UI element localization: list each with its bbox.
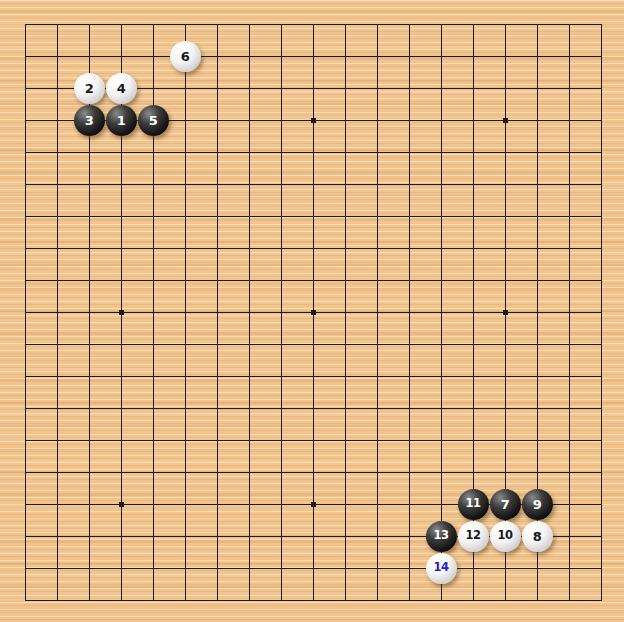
board-intersection[interactable] <box>329 168 361 200</box>
board-intersection[interactable] <box>521 136 553 168</box>
board-intersection[interactable] <box>201 488 233 520</box>
board-intersection[interactable] <box>233 296 265 328</box>
board-intersection[interactable] <box>521 168 553 200</box>
board-intersection[interactable] <box>9 40 41 72</box>
board-intersection[interactable] <box>41 360 73 392</box>
board-intersection[interactable] <box>425 200 457 232</box>
board-intersection[interactable] <box>297 200 329 232</box>
board-intersection[interactable] <box>553 488 585 520</box>
board-intersection[interactable] <box>9 456 41 488</box>
board-intersection[interactable] <box>585 200 617 232</box>
board-intersection[interactable] <box>489 232 521 264</box>
board-intersection[interactable] <box>553 392 585 424</box>
board-intersection[interactable] <box>265 552 297 584</box>
board-intersection[interactable] <box>169 296 201 328</box>
board-intersection[interactable] <box>233 328 265 360</box>
board-intersection[interactable] <box>329 264 361 296</box>
board-intersection[interactable] <box>265 40 297 72</box>
board-intersection[interactable] <box>553 232 585 264</box>
board-intersection[interactable] <box>233 104 265 136</box>
board-intersection[interactable] <box>297 456 329 488</box>
board-intersection[interactable] <box>73 8 105 40</box>
board-intersection[interactable] <box>137 360 169 392</box>
board-intersection[interactable] <box>329 456 361 488</box>
board-intersection[interactable] <box>233 488 265 520</box>
board-intersection[interactable] <box>585 360 617 392</box>
board-intersection[interactable] <box>105 296 137 328</box>
board-intersection[interactable] <box>425 40 457 72</box>
board-intersection[interactable] <box>137 264 169 296</box>
board-intersection[interactable] <box>361 584 393 616</box>
board-intersection[interactable] <box>201 296 233 328</box>
board-intersection[interactable] <box>297 392 329 424</box>
board-intersection[interactable]: 1 <box>105 104 137 136</box>
board-intersection[interactable] <box>361 456 393 488</box>
board-intersection[interactable] <box>265 264 297 296</box>
board-intersection[interactable] <box>73 328 105 360</box>
board-intersection[interactable] <box>9 168 41 200</box>
board-intersection[interactable] <box>265 136 297 168</box>
board-intersection[interactable] <box>457 328 489 360</box>
board-intersection[interactable] <box>585 232 617 264</box>
board-intersection[interactable] <box>393 488 425 520</box>
board-intersection[interactable] <box>105 328 137 360</box>
board-intersection[interactable] <box>297 296 329 328</box>
board-intersection[interactable] <box>233 520 265 552</box>
board-intersection[interactable] <box>137 488 169 520</box>
board-intersection[interactable] <box>297 40 329 72</box>
board-intersection[interactable] <box>105 424 137 456</box>
board-intersection[interactable]: 9 <box>521 488 553 520</box>
board-intersection[interactable] <box>105 360 137 392</box>
board-intersection[interactable] <box>457 72 489 104</box>
board-intersection[interactable] <box>105 200 137 232</box>
board-intersection[interactable] <box>585 8 617 40</box>
board-intersection[interactable] <box>201 168 233 200</box>
board-intersection[interactable] <box>425 392 457 424</box>
board-intersection[interactable] <box>169 392 201 424</box>
board-intersection[interactable] <box>297 8 329 40</box>
board-intersection[interactable] <box>265 488 297 520</box>
board-intersection[interactable] <box>41 520 73 552</box>
board-intersection[interactable] <box>297 328 329 360</box>
board-intersection[interactable] <box>361 8 393 40</box>
board-intersection[interactable] <box>457 264 489 296</box>
board-intersection[interactable] <box>201 200 233 232</box>
board-intersection[interactable] <box>329 136 361 168</box>
board-intersection[interactable] <box>41 552 73 584</box>
board-intersection[interactable] <box>329 360 361 392</box>
board-intersection[interactable] <box>233 456 265 488</box>
board-intersection[interactable] <box>137 456 169 488</box>
board-intersection[interactable] <box>361 200 393 232</box>
board-intersection[interactable] <box>265 584 297 616</box>
board-intersection[interactable] <box>9 200 41 232</box>
board-intersection[interactable] <box>425 456 457 488</box>
board-intersection[interactable] <box>169 8 201 40</box>
board-intersection[interactable] <box>41 104 73 136</box>
board-intersection[interactable] <box>489 200 521 232</box>
board-intersection[interactable] <box>265 328 297 360</box>
board-intersection[interactable] <box>41 488 73 520</box>
board-intersection[interactable] <box>137 584 169 616</box>
board-intersection[interactable] <box>553 584 585 616</box>
board-intersection[interactable] <box>457 40 489 72</box>
board-intersection[interactable] <box>73 456 105 488</box>
board-intersection[interactable] <box>265 72 297 104</box>
board-intersection[interactable] <box>457 232 489 264</box>
board-intersection[interactable] <box>329 552 361 584</box>
board-intersection[interactable] <box>489 552 521 584</box>
board-intersection[interactable] <box>585 136 617 168</box>
board-intersection[interactable] <box>553 8 585 40</box>
board-intersection[interactable] <box>233 424 265 456</box>
board-intersection[interactable] <box>233 552 265 584</box>
board-intersection[interactable] <box>585 264 617 296</box>
board-intersection[interactable] <box>201 424 233 456</box>
board-intersection[interactable] <box>105 392 137 424</box>
board-intersection[interactable] <box>9 360 41 392</box>
board-intersection[interactable] <box>361 136 393 168</box>
board-intersection[interactable] <box>425 8 457 40</box>
board-intersection[interactable] <box>105 264 137 296</box>
board-intersection[interactable] <box>137 424 169 456</box>
board-intersection[interactable] <box>169 200 201 232</box>
board-intersection[interactable] <box>521 360 553 392</box>
board-intersection[interactable] <box>297 104 329 136</box>
board-intersection[interactable] <box>585 424 617 456</box>
board-intersection[interactable]: 8 <box>521 520 553 552</box>
board-intersection[interactable] <box>425 136 457 168</box>
board-intersection[interactable] <box>105 456 137 488</box>
board-intersection[interactable]: 2 <box>73 72 105 104</box>
board-intersection[interactable] <box>425 424 457 456</box>
board-intersection[interactable] <box>9 488 41 520</box>
board-intersection[interactable] <box>361 424 393 456</box>
board-intersection[interactable] <box>73 552 105 584</box>
board-intersection[interactable] <box>457 136 489 168</box>
board-intersection[interactable] <box>169 584 201 616</box>
board-intersection[interactable] <box>393 456 425 488</box>
board-intersection[interactable] <box>553 168 585 200</box>
board-intersection[interactable] <box>265 168 297 200</box>
board-intersection[interactable] <box>361 520 393 552</box>
board-intersection[interactable] <box>489 40 521 72</box>
board-intersection[interactable]: 12 <box>457 520 489 552</box>
board-intersection[interactable] <box>553 136 585 168</box>
board-intersection[interactable] <box>169 488 201 520</box>
board-intersection[interactable] <box>553 72 585 104</box>
board-intersection[interactable] <box>201 8 233 40</box>
board-intersection[interactable] <box>41 328 73 360</box>
board-intersection[interactable] <box>169 360 201 392</box>
board-intersection[interactable] <box>489 168 521 200</box>
board-intersection[interactable] <box>425 168 457 200</box>
board-intersection[interactable] <box>233 584 265 616</box>
board-intersection[interactable] <box>361 360 393 392</box>
board-intersection[interactable] <box>553 296 585 328</box>
board-intersection[interactable] <box>553 456 585 488</box>
board-intersection[interactable] <box>137 40 169 72</box>
board-intersection[interactable] <box>73 360 105 392</box>
board-intersection[interactable] <box>585 552 617 584</box>
board-intersection[interactable] <box>41 168 73 200</box>
board-intersection[interactable] <box>457 200 489 232</box>
board-intersection[interactable] <box>9 72 41 104</box>
board-intersection[interactable] <box>521 8 553 40</box>
board-intersection[interactable]: 3 <box>73 104 105 136</box>
board-intersection[interactable] <box>393 360 425 392</box>
board-intersection[interactable] <box>585 392 617 424</box>
board-intersection[interactable] <box>297 232 329 264</box>
board-intersection[interactable] <box>361 232 393 264</box>
board-intersection[interactable] <box>553 328 585 360</box>
board-intersection[interactable] <box>73 40 105 72</box>
board-intersection[interactable]: 10 <box>489 520 521 552</box>
board-intersection[interactable] <box>233 40 265 72</box>
board-intersection[interactable] <box>169 552 201 584</box>
board-intersection[interactable] <box>233 136 265 168</box>
board-intersection[interactable] <box>73 392 105 424</box>
board-intersection[interactable] <box>297 168 329 200</box>
board-intersection[interactable] <box>553 40 585 72</box>
board-intersection[interactable] <box>265 392 297 424</box>
board-intersection[interactable] <box>9 104 41 136</box>
board-intersection[interactable] <box>9 392 41 424</box>
board-intersection[interactable] <box>105 488 137 520</box>
board-intersection[interactable] <box>9 136 41 168</box>
board-intersection[interactable] <box>393 264 425 296</box>
board-intersection[interactable] <box>73 200 105 232</box>
board-intersection[interactable] <box>585 168 617 200</box>
board-intersection[interactable] <box>9 264 41 296</box>
board-intersection[interactable] <box>457 168 489 200</box>
board-intersection[interactable] <box>169 168 201 200</box>
board-intersection[interactable] <box>73 264 105 296</box>
board-intersection[interactable] <box>265 424 297 456</box>
board-intersection[interactable] <box>201 328 233 360</box>
board-intersection[interactable] <box>297 360 329 392</box>
board-intersection[interactable] <box>73 584 105 616</box>
board-intersection[interactable]: 11 <box>457 488 489 520</box>
board-intersection[interactable] <box>393 552 425 584</box>
board-intersection[interactable] <box>41 264 73 296</box>
board-intersection[interactable] <box>9 8 41 40</box>
board-intersection[interactable] <box>521 264 553 296</box>
board-intersection[interactable] <box>489 424 521 456</box>
board-intersection[interactable] <box>361 168 393 200</box>
board-intersection[interactable] <box>585 456 617 488</box>
board-intersection[interactable] <box>297 584 329 616</box>
board-intersection[interactable] <box>361 40 393 72</box>
board-intersection[interactable] <box>297 552 329 584</box>
board-intersection[interactable] <box>457 296 489 328</box>
board-intersection[interactable] <box>201 136 233 168</box>
board-intersection[interactable] <box>329 520 361 552</box>
board-intersection[interactable] <box>393 584 425 616</box>
board-intersection[interactable] <box>169 136 201 168</box>
board-intersection[interactable] <box>169 264 201 296</box>
board-intersection[interactable] <box>137 520 169 552</box>
board-intersection[interactable] <box>137 392 169 424</box>
board-intersection[interactable] <box>9 296 41 328</box>
board-intersection[interactable] <box>169 72 201 104</box>
board-intersection[interactable] <box>329 40 361 72</box>
board-intersection[interactable] <box>233 8 265 40</box>
board-intersection[interactable] <box>521 392 553 424</box>
board-intersection[interactable] <box>361 552 393 584</box>
board-intersection[interactable] <box>329 488 361 520</box>
board-intersection[interactable] <box>41 136 73 168</box>
board-intersection[interactable] <box>489 360 521 392</box>
board-intersection[interactable] <box>41 232 73 264</box>
board-intersection[interactable] <box>297 264 329 296</box>
board-intersection[interactable] <box>393 104 425 136</box>
board-intersection[interactable] <box>457 456 489 488</box>
board-intersection[interactable] <box>553 424 585 456</box>
board-intersection[interactable] <box>137 8 169 40</box>
board-intersection[interactable]: 5 <box>137 104 169 136</box>
board-intersection[interactable] <box>393 8 425 40</box>
board-intersection[interactable] <box>489 104 521 136</box>
board-intersection[interactable] <box>521 328 553 360</box>
board-intersection[interactable] <box>169 328 201 360</box>
board-intersection[interactable] <box>201 360 233 392</box>
board-intersection[interactable] <box>425 296 457 328</box>
board-intersection[interactable] <box>521 584 553 616</box>
board-intersection[interactable] <box>457 104 489 136</box>
board-intersection[interactable] <box>361 296 393 328</box>
board-intersection[interactable] <box>41 456 73 488</box>
board-intersection[interactable] <box>297 72 329 104</box>
board-intersection[interactable] <box>521 424 553 456</box>
board-intersection[interactable] <box>105 520 137 552</box>
board-intersection[interactable] <box>201 584 233 616</box>
board-intersection[interactable] <box>521 296 553 328</box>
board-intersection[interactable] <box>9 328 41 360</box>
board-intersection[interactable] <box>297 520 329 552</box>
board-intersection[interactable] <box>73 168 105 200</box>
board-intersection[interactable] <box>329 584 361 616</box>
board-intersection[interactable] <box>489 328 521 360</box>
board-intersection[interactable] <box>393 200 425 232</box>
board-intersection[interactable] <box>585 520 617 552</box>
board-intersection[interactable] <box>329 200 361 232</box>
board-intersection[interactable] <box>393 40 425 72</box>
board-intersection[interactable]: 14 <box>425 552 457 584</box>
board-intersection[interactable] <box>585 488 617 520</box>
board-intersection[interactable] <box>393 136 425 168</box>
board-intersection[interactable] <box>393 296 425 328</box>
board-intersection[interactable] <box>41 392 73 424</box>
board-intersection[interactable] <box>169 424 201 456</box>
board-intersection[interactable] <box>521 456 553 488</box>
board-intersection[interactable] <box>41 584 73 616</box>
board-intersection[interactable] <box>393 520 425 552</box>
board-intersection[interactable] <box>201 392 233 424</box>
board-intersection[interactable] <box>329 424 361 456</box>
board-intersection[interactable] <box>105 584 137 616</box>
board-intersection[interactable] <box>201 72 233 104</box>
board-intersection[interactable] <box>9 552 41 584</box>
board-intersection[interactable] <box>553 520 585 552</box>
board-intersection[interactable] <box>329 104 361 136</box>
board-intersection[interactable] <box>169 104 201 136</box>
board-intersection[interactable] <box>137 72 169 104</box>
board-intersection[interactable] <box>201 456 233 488</box>
board-intersection[interactable] <box>361 264 393 296</box>
board-intersection[interactable] <box>105 40 137 72</box>
board-intersection[interactable] <box>393 168 425 200</box>
board-intersection[interactable] <box>265 200 297 232</box>
board-intersection[interactable] <box>105 168 137 200</box>
board-intersection[interactable] <box>73 520 105 552</box>
board-intersection[interactable] <box>41 8 73 40</box>
board-intersection[interactable] <box>329 296 361 328</box>
board-intersection[interactable] <box>9 520 41 552</box>
board-intersection[interactable] <box>425 584 457 616</box>
board-intersection[interactable] <box>233 200 265 232</box>
board-intersection[interactable] <box>361 488 393 520</box>
board-intersection[interactable] <box>233 72 265 104</box>
board-intersection[interactable] <box>553 104 585 136</box>
board-intersection[interactable] <box>137 232 169 264</box>
board-intersection[interactable] <box>425 264 457 296</box>
board-intersection[interactable] <box>553 200 585 232</box>
board-intersection[interactable] <box>425 232 457 264</box>
board-intersection[interactable] <box>521 200 553 232</box>
board-intersection[interactable] <box>457 8 489 40</box>
board-intersection[interactable] <box>425 488 457 520</box>
board-intersection[interactable] <box>265 104 297 136</box>
board-intersection[interactable] <box>297 136 329 168</box>
board-intersection[interactable] <box>329 328 361 360</box>
board-intersection[interactable] <box>489 392 521 424</box>
board-intersection[interactable] <box>73 488 105 520</box>
board-intersection[interactable]: 4 <box>105 72 137 104</box>
board-intersection[interactable] <box>9 424 41 456</box>
board-intersection[interactable] <box>329 232 361 264</box>
board-intersection[interactable] <box>265 360 297 392</box>
board-intersection[interactable] <box>425 104 457 136</box>
board-intersection[interactable] <box>137 328 169 360</box>
board-intersection[interactable] <box>585 584 617 616</box>
board-intersection[interactable] <box>585 104 617 136</box>
board-intersection[interactable] <box>201 520 233 552</box>
board-intersection[interactable]: 7 <box>489 488 521 520</box>
board-intersection[interactable] <box>489 8 521 40</box>
board-intersection[interactable] <box>105 232 137 264</box>
board-intersection[interactable] <box>233 264 265 296</box>
board-intersection[interactable] <box>521 40 553 72</box>
board-intersection[interactable] <box>489 296 521 328</box>
board-intersection[interactable] <box>521 104 553 136</box>
board-intersection[interactable] <box>393 328 425 360</box>
board-intersection[interactable] <box>329 8 361 40</box>
board-intersection[interactable] <box>201 264 233 296</box>
board-intersection[interactable] <box>297 488 329 520</box>
board-intersection[interactable] <box>201 104 233 136</box>
board-intersection[interactable] <box>457 360 489 392</box>
board-intersection[interactable] <box>201 40 233 72</box>
board-intersection[interactable] <box>425 328 457 360</box>
board-intersection[interactable] <box>105 136 137 168</box>
board-intersection[interactable] <box>489 72 521 104</box>
board-intersection[interactable] <box>201 552 233 584</box>
board-intersection[interactable] <box>361 392 393 424</box>
board-intersection[interactable] <box>233 168 265 200</box>
board-intersection[interactable] <box>521 232 553 264</box>
